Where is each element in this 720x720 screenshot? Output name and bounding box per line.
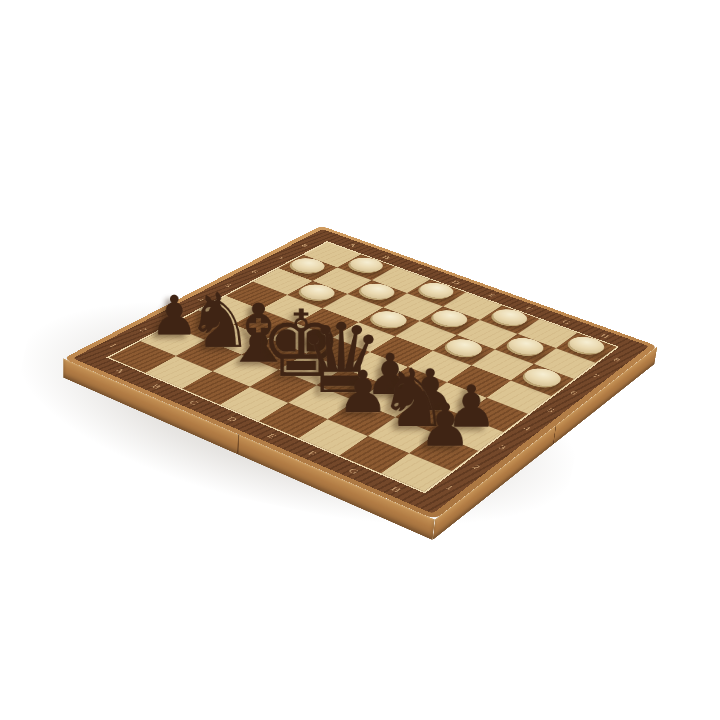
board-border: ♟♟♟♟♞♝♚♛♟♞♟ ABCDEFGH ABCDEFGH 12345678 1… xyxy=(73,229,649,514)
folding-chessboard: ♟♟♟♟♞♝♚♛♟♞♟ ABCDEFGH ABCDEFGH 12345678 1… xyxy=(63,226,657,520)
scene: ♟♟♟♟♞♝♚♛♟♞♟ ABCDEFGH ABCDEFGH 12345678 1… xyxy=(70,52,670,652)
chess-piece-dark-pawn: ♟ xyxy=(419,399,469,452)
fold-seam xyxy=(237,434,239,455)
board-top-face: ♟♟♟♟♞♝♚♛♟♞♟ ABCDEFGH ABCDEFGH 12345678 1… xyxy=(63,226,657,520)
fold-seam xyxy=(553,425,557,445)
board-grid: ♟♟♟♟♞♝♚♛♟♞♟ xyxy=(106,241,619,493)
product-photo-stage: ♟♟♟♟♞♝♚♛♟♞♟ ABCDEFGH ABCDEFGH 12345678 1… xyxy=(0,0,720,720)
